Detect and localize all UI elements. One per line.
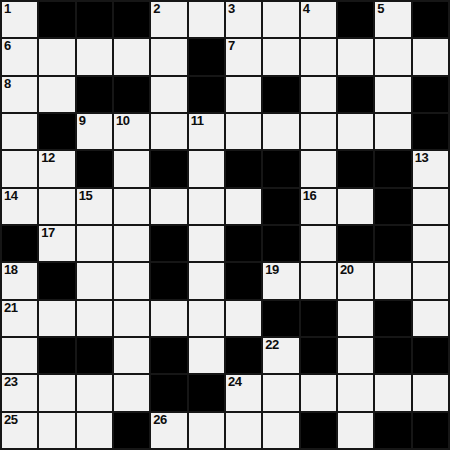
white-cell-r11c2[interactable] bbox=[77, 413, 112, 448]
white-cell-r11c7[interactable] bbox=[263, 413, 298, 448]
black-cell-r0c2 bbox=[77, 2, 112, 37]
black-cell-r9c2 bbox=[77, 338, 112, 373]
clue-number-16: 16 bbox=[303, 189, 316, 203]
black-cell-r2c7 bbox=[263, 77, 298, 112]
white-cell-r1c3[interactable] bbox=[114, 39, 149, 74]
clue-number-18: 18 bbox=[4, 263, 17, 277]
white-cell-r9c9[interactable] bbox=[338, 338, 373, 373]
black-cell-r3c11 bbox=[413, 114, 448, 149]
clue-number-24: 24 bbox=[228, 375, 241, 389]
white-cell-r5c5[interactable] bbox=[189, 189, 224, 224]
clue-number-22: 22 bbox=[265, 338, 278, 352]
white-cell-r0c10[interactable]: 5 bbox=[375, 2, 410, 37]
black-cell-r8c8 bbox=[301, 301, 336, 336]
white-cell-r3c4[interactable] bbox=[151, 114, 186, 149]
white-cell-r10c7[interactable] bbox=[263, 375, 298, 410]
white-cell-r8c2[interactable] bbox=[77, 301, 112, 336]
white-cell-r1c8[interactable] bbox=[301, 39, 336, 74]
black-cell-r11c11 bbox=[413, 413, 448, 448]
white-cell-r10c8[interactable] bbox=[301, 375, 336, 410]
white-cell-r2c10[interactable] bbox=[375, 77, 410, 112]
white-cell-r3c8[interactable] bbox=[301, 114, 336, 149]
white-cell-r6c3[interactable] bbox=[114, 226, 149, 261]
black-cell-r2c3 bbox=[114, 77, 149, 112]
clue-number-10: 10 bbox=[116, 114, 129, 128]
clue-number-6: 6 bbox=[4, 39, 11, 53]
white-cell-r5c4[interactable] bbox=[151, 189, 186, 224]
white-cell-r7c0[interactable]: 18 bbox=[2, 263, 37, 298]
white-cell-r5c2[interactable]: 15 bbox=[77, 189, 112, 224]
white-cell-r10c6[interactable]: 24 bbox=[226, 375, 261, 410]
black-cell-r9c1 bbox=[39, 338, 74, 373]
clue-number-11: 11 bbox=[191, 114, 204, 128]
white-cell-r8c6[interactable] bbox=[226, 301, 261, 336]
white-cell-r1c9[interactable] bbox=[338, 39, 373, 74]
white-cell-r11c6[interactable] bbox=[226, 413, 261, 448]
white-cell-r2c8[interactable] bbox=[301, 77, 336, 112]
white-cell-r3c6[interactable] bbox=[226, 114, 261, 149]
black-cell-r9c8 bbox=[301, 338, 336, 373]
clue-number-26: 26 bbox=[153, 413, 166, 427]
white-cell-r0c8[interactable]: 4 bbox=[301, 2, 336, 37]
white-cell-r8c4[interactable] bbox=[151, 301, 186, 336]
white-cell-r3c0[interactable] bbox=[2, 114, 37, 149]
white-cell-r3c2[interactable]: 9 bbox=[77, 114, 112, 149]
white-cell-r4c5[interactable] bbox=[189, 151, 224, 186]
white-cell-r7c3[interactable] bbox=[114, 263, 149, 298]
white-cell-r8c0[interactable]: 21 bbox=[2, 301, 37, 336]
white-cell-r8c3[interactable] bbox=[114, 301, 149, 336]
white-cell-r10c9[interactable] bbox=[338, 375, 373, 410]
white-cell-r9c5[interactable] bbox=[189, 338, 224, 373]
white-cell-r1c4[interactable] bbox=[151, 39, 186, 74]
white-cell-r8c9[interactable] bbox=[338, 301, 373, 336]
white-cell-r4c3[interactable] bbox=[114, 151, 149, 186]
black-cell-r1c5 bbox=[189, 39, 224, 74]
black-cell-r6c7 bbox=[263, 226, 298, 261]
black-cell-r4c6 bbox=[226, 151, 261, 186]
black-cell-r7c4 bbox=[151, 263, 186, 298]
white-cell-r8c11[interactable] bbox=[413, 301, 448, 336]
white-cell-r1c1[interactable] bbox=[39, 39, 74, 74]
white-cell-r7c2[interactable] bbox=[77, 263, 112, 298]
black-cell-r4c10 bbox=[375, 151, 410, 186]
black-cell-r0c1 bbox=[39, 2, 74, 37]
clue-number-7: 7 bbox=[228, 39, 235, 53]
white-cell-r11c0[interactable]: 25 bbox=[2, 413, 37, 448]
white-cell-r8c1[interactable] bbox=[39, 301, 74, 336]
white-cell-r6c11[interactable] bbox=[413, 226, 448, 261]
white-cell-r4c0[interactable] bbox=[2, 151, 37, 186]
white-cell-r10c3[interactable] bbox=[114, 375, 149, 410]
black-cell-r9c11 bbox=[413, 338, 448, 373]
black-cell-r4c2 bbox=[77, 151, 112, 186]
black-cell-r6c9 bbox=[338, 226, 373, 261]
white-cell-r7c8[interactable] bbox=[301, 263, 336, 298]
black-cell-r7c6 bbox=[226, 263, 261, 298]
white-cell-r2c6[interactable] bbox=[226, 77, 261, 112]
white-cell-r5c3[interactable] bbox=[114, 189, 149, 224]
black-cell-r0c9 bbox=[338, 2, 373, 37]
clue-number-1: 1 bbox=[4, 2, 11, 16]
white-cell-r7c7[interactable]: 19 bbox=[263, 263, 298, 298]
clue-number-17: 17 bbox=[41, 226, 54, 240]
clue-number-19: 19 bbox=[265, 263, 278, 277]
white-cell-r1c11[interactable] bbox=[413, 39, 448, 74]
white-cell-r3c7[interactable] bbox=[263, 114, 298, 149]
white-cell-r9c0[interactable] bbox=[2, 338, 37, 373]
black-cell-r0c11 bbox=[413, 2, 448, 37]
black-cell-r9c6 bbox=[226, 338, 261, 373]
black-cell-r2c9 bbox=[338, 77, 373, 112]
white-cell-r10c0[interactable]: 23 bbox=[2, 375, 37, 410]
clue-number-13: 13 bbox=[415, 151, 428, 165]
white-cell-r3c5[interactable]: 11 bbox=[189, 114, 224, 149]
white-cell-r5c8[interactable]: 16 bbox=[301, 189, 336, 224]
black-cell-r6c10 bbox=[375, 226, 410, 261]
white-cell-r11c9[interactable] bbox=[338, 413, 373, 448]
black-cell-r0c3 bbox=[114, 2, 149, 37]
black-cell-r10c5 bbox=[189, 375, 224, 410]
black-cell-r9c4 bbox=[151, 338, 186, 373]
white-cell-r11c4[interactable]: 26 bbox=[151, 413, 186, 448]
white-cell-r6c8[interactable] bbox=[301, 226, 336, 261]
white-cell-r0c4[interactable]: 2 bbox=[151, 2, 186, 37]
clue-number-5: 5 bbox=[377, 2, 384, 16]
white-cell-r5c0[interactable]: 14 bbox=[2, 189, 37, 224]
clue-number-3: 3 bbox=[228, 2, 235, 16]
white-cell-r4c8[interactable] bbox=[301, 151, 336, 186]
white-cell-r10c11[interactable] bbox=[413, 375, 448, 410]
white-cell-r8c5[interactable] bbox=[189, 301, 224, 336]
white-cell-r5c6[interactable] bbox=[226, 189, 261, 224]
black-cell-r11c10 bbox=[375, 413, 410, 448]
white-cell-r7c11[interactable] bbox=[413, 263, 448, 298]
white-cell-r3c10[interactable] bbox=[375, 114, 410, 149]
white-cell-r2c0[interactable]: 8 bbox=[2, 77, 37, 112]
clue-number-15: 15 bbox=[79, 189, 92, 203]
white-cell-r4c11[interactable]: 13 bbox=[413, 151, 448, 186]
white-cell-r3c3[interactable]: 10 bbox=[114, 114, 149, 149]
white-cell-r4c1[interactable]: 12 bbox=[39, 151, 74, 186]
white-cell-r9c3[interactable] bbox=[114, 338, 149, 373]
clue-number-14: 14 bbox=[4, 189, 17, 203]
white-cell-r5c11[interactable] bbox=[413, 189, 448, 224]
white-cell-r1c2[interactable] bbox=[77, 39, 112, 74]
white-cell-r2c1[interactable] bbox=[39, 77, 74, 112]
black-cell-r8c10 bbox=[375, 301, 410, 336]
clue-number-25: 25 bbox=[4, 413, 17, 427]
black-cell-r3c1 bbox=[39, 114, 74, 149]
black-cell-r2c5 bbox=[189, 77, 224, 112]
white-cell-r5c9[interactable] bbox=[338, 189, 373, 224]
black-cell-r2c2 bbox=[77, 77, 112, 112]
black-cell-r4c4 bbox=[151, 151, 186, 186]
clue-number-12: 12 bbox=[41, 151, 54, 165]
black-cell-r6c6 bbox=[226, 226, 261, 261]
white-cell-r10c2[interactable] bbox=[77, 375, 112, 410]
white-cell-r5c1[interactable] bbox=[39, 189, 74, 224]
black-cell-r9c10 bbox=[375, 338, 410, 373]
white-cell-r6c1[interactable]: 17 bbox=[39, 226, 74, 261]
white-cell-r0c5[interactable] bbox=[189, 2, 224, 37]
white-cell-r11c5[interactable] bbox=[189, 413, 224, 448]
clue-number-9: 9 bbox=[79, 114, 86, 128]
white-cell-r1c7[interactable] bbox=[263, 39, 298, 74]
black-cell-r5c7 bbox=[263, 189, 298, 224]
black-cell-r4c7 bbox=[263, 151, 298, 186]
white-cell-r6c2[interactable] bbox=[77, 226, 112, 261]
white-cell-r10c10[interactable] bbox=[375, 375, 410, 410]
black-cell-r5c10 bbox=[375, 189, 410, 224]
white-cell-r6c5[interactable] bbox=[189, 226, 224, 261]
white-cell-r2c4[interactable] bbox=[151, 77, 186, 112]
white-cell-r10c1[interactable] bbox=[39, 375, 74, 410]
white-cell-r0c0[interactable]: 1 bbox=[2, 2, 37, 37]
white-cell-r9c7[interactable]: 22 bbox=[263, 338, 298, 373]
black-cell-r6c0 bbox=[2, 226, 37, 261]
clue-number-4: 4 bbox=[303, 2, 310, 16]
black-cell-r11c3 bbox=[114, 413, 149, 448]
clue-number-23: 23 bbox=[4, 375, 17, 389]
crossword-board: 1234567891011121314151617181920212223242… bbox=[0, 0, 450, 450]
black-cell-r8c7 bbox=[263, 301, 298, 336]
white-cell-r7c10[interactable] bbox=[375, 263, 410, 298]
white-cell-r0c6[interactable]: 3 bbox=[226, 2, 261, 37]
white-cell-r1c10[interactable] bbox=[375, 39, 410, 74]
white-cell-r0c7[interactable] bbox=[263, 2, 298, 37]
clue-number-21: 21 bbox=[4, 301, 17, 315]
white-cell-r1c0[interactable]: 6 bbox=[2, 39, 37, 74]
clue-number-8: 8 bbox=[4, 77, 11, 91]
white-cell-r7c5[interactable] bbox=[189, 263, 224, 298]
white-cell-r1c6[interactable]: 7 bbox=[226, 39, 261, 74]
white-cell-r7c9[interactable]: 20 bbox=[338, 263, 373, 298]
black-cell-r6c4 bbox=[151, 226, 186, 261]
white-cell-r3c9[interactable] bbox=[338, 114, 373, 149]
clue-number-2: 2 bbox=[153, 2, 160, 16]
black-cell-r7c1 bbox=[39, 263, 74, 298]
black-cell-r10c4 bbox=[151, 375, 186, 410]
black-cell-r2c11 bbox=[413, 77, 448, 112]
black-cell-r11c8 bbox=[301, 413, 336, 448]
white-cell-r11c1[interactable] bbox=[39, 413, 74, 448]
black-cell-r4c9 bbox=[338, 151, 373, 186]
clue-number-20: 20 bbox=[340, 263, 353, 277]
